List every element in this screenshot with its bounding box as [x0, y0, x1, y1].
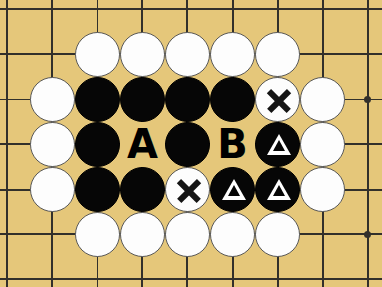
intersection-c5-r5[interactable] — [165, 167, 210, 212]
black-stone — [165, 122, 210, 167]
intersection-c7-r1[interactable] — [255, 0, 300, 32]
intersection-c8-r2[interactable] — [300, 32, 345, 77]
intersection-c8-r4[interactable] — [300, 122, 345, 167]
intersection-c2-r3[interactable] — [30, 77, 75, 122]
star-point — [364, 231, 371, 238]
intersection-c5-r7[interactable] — [165, 257, 210, 287]
white-stone — [120, 212, 165, 257]
intersection-c3-r6[interactable] — [75, 212, 120, 257]
black-stone — [120, 167, 165, 212]
black-stone — [75, 77, 120, 122]
intersection-c9-r4[interactable] — [345, 122, 382, 167]
black-stone — [75, 122, 120, 167]
intersection-c3-r4[interactable] — [75, 122, 120, 167]
black-stone — [75, 167, 120, 212]
intersection-c9-r5[interactable] — [345, 167, 382, 212]
white-stone — [120, 32, 165, 77]
black-stone-triangle — [255, 167, 300, 212]
black-stone — [120, 77, 165, 122]
intersection-c5-r6[interactable] — [165, 212, 210, 257]
intersection-c9-r1[interactable] — [345, 0, 382, 32]
triangle-mark — [267, 179, 291, 200]
intersection-c4-r2[interactable] — [120, 32, 165, 77]
star-point — [364, 96, 371, 103]
intersection-c2-r5[interactable] — [30, 167, 75, 212]
intersection-c5-r3[interactable] — [165, 77, 210, 122]
intersection-c6-r4[interactable]: B — [210, 122, 255, 167]
intersection-c8-r7[interactable] — [300, 257, 345, 287]
intersection-c1-r6[interactable] — [0, 212, 30, 257]
black-stone — [210, 77, 255, 122]
white-stone — [210, 212, 255, 257]
white-stone — [30, 77, 75, 122]
intersection-c4-r7[interactable] — [120, 257, 165, 287]
triangle-mark — [267, 134, 291, 155]
intersection-c7-r7[interactable] — [255, 257, 300, 287]
intersection-c8-r1[interactable] — [300, 0, 345, 32]
white-stone — [210, 32, 255, 77]
white-stone — [255, 32, 300, 77]
point-label-a: A — [120, 122, 165, 167]
white-stone — [30, 122, 75, 167]
intersection-c8-r5[interactable] — [300, 167, 345, 212]
x-mark — [256, 78, 301, 123]
intersection-c7-r5[interactable] — [255, 167, 300, 212]
intersection-c3-r5[interactable] — [75, 167, 120, 212]
board-grid: AB — [0, 0, 382, 287]
intersection-c6-r2[interactable] — [210, 32, 255, 77]
intersection-c2-r4[interactable] — [30, 122, 75, 167]
intersection-c6-r6[interactable] — [210, 212, 255, 257]
intersection-c8-r3[interactable] — [300, 77, 345, 122]
intersection-c6-r7[interactable] — [210, 257, 255, 287]
intersection-c5-r4[interactable] — [165, 122, 210, 167]
white-stone — [165, 32, 210, 77]
intersection-c4-r6[interactable] — [120, 212, 165, 257]
intersection-c7-r4[interactable] — [255, 122, 300, 167]
white-stone — [300, 122, 345, 167]
black-stone — [165, 77, 210, 122]
intersection-c9-r6[interactable] — [345, 212, 382, 257]
intersection-c1-r1[interactable] — [0, 0, 30, 32]
intersection-c1-r5[interactable] — [0, 167, 30, 212]
black-stone-triangle — [210, 167, 255, 212]
white-stone — [300, 167, 345, 212]
triangle-mark — [222, 179, 246, 200]
intersection-c4-r1[interactable] — [120, 0, 165, 32]
intersection-c5-r1[interactable] — [165, 0, 210, 32]
intersection-c5-r2[interactable] — [165, 32, 210, 77]
intersection-c3-r3[interactable] — [75, 77, 120, 122]
intersection-c1-r4[interactable] — [0, 122, 30, 167]
intersection-c7-r6[interactable] — [255, 212, 300, 257]
point-label-b: B — [210, 122, 255, 167]
intersection-c4-r4[interactable]: A — [120, 122, 165, 167]
intersection-c3-r1[interactable] — [75, 0, 120, 32]
black-stone-triangle — [255, 122, 300, 167]
white-stone — [165, 212, 210, 257]
white-stone — [75, 212, 120, 257]
intersection-c9-r7[interactable] — [345, 257, 382, 287]
intersection-c2-r7[interactable] — [30, 257, 75, 287]
intersection-c6-r5[interactable] — [210, 167, 255, 212]
go-board: AB — [0, 0, 382, 287]
white-stone — [255, 212, 300, 257]
white-stone-x — [165, 167, 210, 212]
intersection-c4-r5[interactable] — [120, 167, 165, 212]
white-stone — [75, 32, 120, 77]
intersection-c7-r2[interactable] — [255, 32, 300, 77]
intersection-c1-r2[interactable] — [0, 32, 30, 77]
x-mark — [166, 168, 211, 213]
intersection-c8-r6[interactable] — [300, 212, 345, 257]
intersection-c9-r3[interactable] — [345, 77, 382, 122]
intersection-c1-r3[interactable] — [0, 77, 30, 122]
intersection-c2-r2[interactable] — [30, 32, 75, 77]
white-stone-x — [255, 77, 300, 122]
intersection-c3-r7[interactable] — [75, 257, 120, 287]
white-stone — [30, 167, 75, 212]
intersection-c3-r2[interactable] — [75, 32, 120, 77]
intersection-c4-r3[interactable] — [120, 77, 165, 122]
white-stone — [300, 77, 345, 122]
intersection-c6-r3[interactable] — [210, 77, 255, 122]
intersection-c9-r2[interactable] — [345, 32, 382, 77]
intersection-c2-r6[interactable] — [30, 212, 75, 257]
intersection-c2-r1[interactable] — [30, 0, 75, 32]
intersection-c1-r7[interactable] — [0, 257, 30, 287]
intersection-c7-r3[interactable] — [255, 77, 300, 122]
intersection-c6-r1[interactable] — [210, 0, 255, 32]
